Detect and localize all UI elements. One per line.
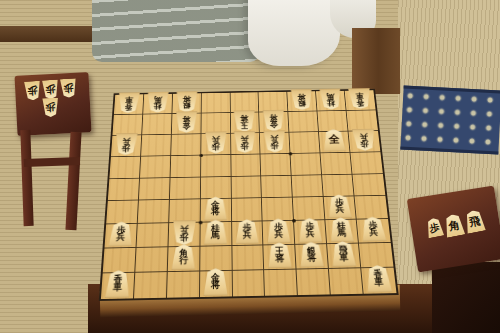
piece-kanji: 兵 bbox=[271, 134, 279, 141]
piece-kanji: 兵 bbox=[211, 135, 219, 142]
square-9-2[interactable] bbox=[112, 114, 143, 135]
piece-歩兵-sente[interactable]: 歩兵 bbox=[297, 218, 324, 243]
square-4-1[interactable] bbox=[259, 92, 289, 113]
piece-kanji: 兵 bbox=[306, 230, 315, 238]
gote-captured-pieces-2: 歩 bbox=[42, 98, 60, 118]
wood-post bbox=[352, 28, 400, 94]
square-5-2[interactable]: 玉将 bbox=[230, 112, 260, 133]
piece-玉将-gote[interactable]: 玉将 bbox=[233, 110, 257, 132]
square-4-5[interactable] bbox=[262, 175, 294, 198]
square-3-3[interactable] bbox=[290, 132, 321, 154]
square-7-3[interactable] bbox=[171, 134, 201, 156]
piece-kanji: 将 bbox=[182, 115, 190, 122]
piece-kanji: 車 bbox=[113, 283, 122, 292]
piece-歩兵-sente[interactable]: 歩兵 bbox=[266, 218, 292, 243]
square-1-7[interactable]: 歩兵 bbox=[357, 219, 391, 243]
piece-kanji: 兵 bbox=[335, 206, 344, 214]
piece-kanji: 将 bbox=[270, 114, 278, 121]
square-2-7[interactable]: 桂馬 bbox=[326, 220, 359, 244]
square-6-9[interactable]: 金将 bbox=[200, 271, 233, 297]
piece-金将-gote[interactable]: 金将 bbox=[174, 111, 198, 133]
shogi-board[interactable]: 香車桂馬銀将銀将桂馬香車金将玉将金将歩兵歩兵歩兵歩兵全歩兵金将歩兵歩兵歩兵桂馬歩… bbox=[99, 89, 399, 301]
square-4-7[interactable]: 歩兵 bbox=[263, 221, 296, 246]
piece-歩兵-gote[interactable]: 歩兵 bbox=[263, 130, 287, 152]
piece-kanji: 兵 bbox=[116, 234, 125, 242]
piece-kanji: 将 bbox=[307, 254, 316, 263]
square-5-7[interactable]: 歩兵 bbox=[232, 222, 264, 247]
piece-kanji: 馬 bbox=[326, 92, 334, 99]
square-1-1[interactable]: 香車 bbox=[345, 90, 376, 110]
piece-香車-sente[interactable]: 香車 bbox=[364, 265, 393, 293]
square-3-2[interactable] bbox=[289, 111, 320, 132]
dark-wood-corner bbox=[432, 262, 500, 333]
star-point bbox=[289, 152, 293, 155]
square-1-3[interactable]: 歩兵 bbox=[349, 131, 381, 153]
piece-銀将-sente[interactable]: 銀将 bbox=[298, 242, 325, 268]
piece-kanji: 車 bbox=[125, 96, 133, 103]
piece-香車-gote[interactable]: 香車 bbox=[347, 88, 373, 109]
square-8-4[interactable] bbox=[140, 156, 171, 178]
square-9-4[interactable] bbox=[109, 156, 141, 178]
piece-kanji: 将 bbox=[211, 208, 220, 216]
piece-桂馬-sente[interactable]: 桂馬 bbox=[203, 220, 228, 245]
square-3-4[interactable] bbox=[291, 153, 322, 175]
piece-金将-sente[interactable]: 金将 bbox=[203, 197, 228, 222]
piece-歩兵-sente[interactable]: 歩兵 bbox=[234, 219, 260, 244]
stand-piece-歩[interactable]: 歩 bbox=[424, 217, 444, 239]
piece-kanji: 将 bbox=[241, 114, 249, 121]
square-7-6[interactable] bbox=[169, 200, 201, 224]
square-3-1[interactable]: 銀将 bbox=[288, 91, 318, 111]
piece-歩兵-gote[interactable]: 歩兵 bbox=[233, 131, 257, 153]
stand-piece-歩[interactable]: 歩 bbox=[41, 79, 59, 99]
piece-kanji: 兵 bbox=[274, 231, 283, 239]
piece-kanji: 馬 bbox=[337, 229, 346, 237]
piece-kanji: 将 bbox=[298, 93, 306, 100]
piece-kanji: 兵 bbox=[241, 135, 249, 142]
square-8-3[interactable] bbox=[141, 134, 172, 156]
piece-桂馬-sente[interactable]: 桂馬 bbox=[328, 217, 355, 242]
piece-kanji: 兵 bbox=[180, 225, 189, 233]
square-9-9[interactable]: 香車 bbox=[101, 273, 135, 299]
square-8-1[interactable]: 桂馬 bbox=[143, 94, 173, 115]
square-7-1[interactable]: 銀将 bbox=[172, 93, 201, 114]
square-4-3[interactable]: 歩兵 bbox=[260, 132, 291, 154]
piece-桂馬-gote[interactable]: 桂馬 bbox=[146, 92, 170, 113]
square-9-5[interactable] bbox=[108, 178, 140, 201]
square-6-4[interactable] bbox=[201, 155, 231, 177]
square-1-8[interactable] bbox=[359, 243, 394, 268]
square-2-9[interactable] bbox=[329, 268, 364, 294]
piece-桂馬-gote[interactable]: 桂馬 bbox=[318, 89, 343, 110]
square-1-4[interactable] bbox=[351, 152, 383, 174]
square-9-1[interactable]: 香車 bbox=[114, 94, 144, 115]
square-1-6[interactable] bbox=[355, 196, 388, 220]
piece-kanji: 車 bbox=[355, 92, 364, 99]
piece-歩兵-sente[interactable]: 歩兵 bbox=[326, 194, 353, 218]
piece-kanji: 将 bbox=[183, 95, 191, 102]
piece-歩兵-gote[interactable]: 歩兵 bbox=[204, 131, 228, 153]
stand-piece-歩[interactable]: 歩 bbox=[23, 81, 41, 101]
square-5-6[interactable] bbox=[231, 198, 263, 222]
square-4-6[interactable] bbox=[262, 198, 294, 222]
square-4-9[interactable] bbox=[265, 270, 299, 296]
square-7-8[interactable]: 角行 bbox=[168, 247, 201, 272]
square-3-6[interactable] bbox=[293, 197, 325, 221]
shogi-room-scene: 歩歩歩 歩 香車桂馬銀将銀将桂馬香車金将玉将金将歩兵歩兵歩兵歩兵全歩兵金将歩兵歩… bbox=[0, 0, 500, 333]
square-5-3[interactable]: 歩兵 bbox=[231, 133, 261, 155]
square-8-6[interactable] bbox=[138, 200, 170, 224]
square-2-8[interactable]: 飛車 bbox=[327, 244, 361, 269]
square-6-2[interactable] bbox=[201, 113, 231, 134]
square-2-3[interactable]: 全 bbox=[319, 131, 350, 153]
square-6-8[interactable] bbox=[200, 246, 232, 271]
star-point bbox=[292, 219, 296, 223]
square-9-6[interactable] bbox=[106, 201, 139, 225]
square-3-5[interactable] bbox=[292, 175, 324, 198]
square-4-8[interactable]: 王将 bbox=[264, 245, 297, 270]
piece-kanji: 馬 bbox=[154, 95, 162, 102]
square-3-7[interactable]: 歩兵 bbox=[294, 220, 327, 245]
piece-kanji: 将 bbox=[275, 255, 284, 264]
piece-香車-sente[interactable]: 香車 bbox=[104, 270, 132, 298]
square-6-3[interactable]: 歩兵 bbox=[201, 133, 231, 155]
piece-kanji: 兵 bbox=[243, 231, 252, 239]
square-8-7[interactable] bbox=[136, 223, 169, 248]
piece-歩兵-sente[interactable]: 歩兵 bbox=[359, 217, 387, 242]
square-9-7[interactable]: 歩兵 bbox=[104, 224, 137, 249]
square-4-4[interactable] bbox=[261, 154, 292, 176]
piece-銀将-gote[interactable]: 銀将 bbox=[290, 89, 314, 110]
piece-金将-sente[interactable]: 金将 bbox=[203, 268, 229, 296]
square-2-6[interactable]: 歩兵 bbox=[324, 197, 357, 221]
square-2-2[interactable] bbox=[318, 111, 349, 132]
piece-全-sente[interactable]: 全 bbox=[322, 129, 347, 151]
player-white-kimono bbox=[248, 0, 340, 66]
square-8-8[interactable] bbox=[135, 247, 168, 272]
piece-kanji: 車 bbox=[374, 278, 384, 287]
piece-角行-sente[interactable]: 角行 bbox=[170, 244, 196, 270]
square-8-5[interactable] bbox=[139, 178, 171, 201]
square-7-7[interactable]: 歩兵 bbox=[168, 223, 200, 248]
piece-kanji: 兵 bbox=[359, 133, 368, 140]
piece-kanji: 車 bbox=[339, 254, 348, 263]
square-1-2[interactable] bbox=[347, 110, 378, 131]
zabuton-cushion bbox=[92, 0, 260, 62]
piece-飛車-sente[interactable]: 飛車 bbox=[330, 241, 358, 267]
square-9-8[interactable] bbox=[103, 248, 137, 273]
stand-piece-歩[interactable]: 歩 bbox=[59, 78, 77, 98]
square-6-5[interactable] bbox=[201, 177, 232, 200]
piece-歩兵-gote[interactable]: 歩兵 bbox=[171, 220, 197, 245]
piece-歩兵-gote[interactable]: 歩兵 bbox=[114, 133, 139, 155]
square-7-5[interactable] bbox=[170, 177, 201, 200]
blue-patterned-fabric bbox=[400, 85, 500, 154]
square-2-1[interactable]: 桂馬 bbox=[316, 91, 346, 111]
square-6-1[interactable] bbox=[201, 93, 230, 114]
piece-歩兵-gote[interactable]: 歩兵 bbox=[351, 128, 378, 150]
square-2-4[interactable] bbox=[321, 152, 353, 174]
piece-銀将-gote[interactable]: 銀将 bbox=[175, 91, 198, 112]
wood-beam bbox=[0, 26, 100, 42]
square-5-9[interactable] bbox=[232, 270, 265, 296]
square-8-2[interactable] bbox=[142, 114, 172, 135]
square-7-9[interactable] bbox=[167, 272, 200, 298]
board-grid[interactable]: 香車桂馬銀将銀将桂馬香車金将玉将金将歩兵歩兵歩兵歩兵全歩兵金将歩兵歩兵歩兵桂馬歩… bbox=[99, 89, 399, 301]
stand-piece-角[interactable]: 角 bbox=[442, 213, 466, 238]
square-7-4[interactable] bbox=[170, 155, 201, 177]
piece-kanji: 兵 bbox=[369, 229, 378, 237]
piece-kanji: 行 bbox=[179, 257, 188, 266]
square-6-7[interactable]: 桂馬 bbox=[200, 222, 232, 247]
square-5-4[interactable] bbox=[231, 154, 262, 176]
piece-kanji: 馬 bbox=[211, 232, 220, 240]
piece-歩兵-sente[interactable]: 歩兵 bbox=[107, 221, 134, 246]
square-2-5[interactable] bbox=[322, 174, 354, 197]
square-6-6[interactable]: 金将 bbox=[200, 199, 231, 223]
piece-金将-gote[interactable]: 金将 bbox=[262, 110, 286, 132]
square-5-8[interactable] bbox=[232, 246, 265, 271]
piece-kanji: 全 bbox=[328, 135, 340, 145]
square-1-9[interactable]: 香車 bbox=[361, 268, 396, 294]
square-3-8[interactable]: 銀将 bbox=[296, 244, 330, 269]
stand-piece-飛[interactable]: 飛 bbox=[463, 209, 487, 234]
square-4-2[interactable]: 金将 bbox=[260, 112, 290, 133]
square-5-5[interactable] bbox=[231, 176, 262, 199]
square-8-9[interactable] bbox=[134, 272, 168, 298]
square-5-1[interactable] bbox=[230, 92, 259, 113]
square-7-2[interactable]: 金将 bbox=[172, 113, 202, 134]
stand-piece-歩[interactable]: 歩 bbox=[42, 98, 60, 118]
piece-香車-gote[interactable]: 香車 bbox=[117, 92, 141, 113]
square-1-5[interactable] bbox=[353, 174, 386, 197]
piece-kanji: 将 bbox=[211, 282, 220, 291]
piece-王将-sente[interactable]: 王将 bbox=[266, 242, 293, 268]
piece-kanji: 兵 bbox=[122, 137, 131, 144]
square-3-9[interactable] bbox=[297, 269, 331, 295]
square-9-3[interactable]: 歩兵 bbox=[111, 135, 142, 157]
